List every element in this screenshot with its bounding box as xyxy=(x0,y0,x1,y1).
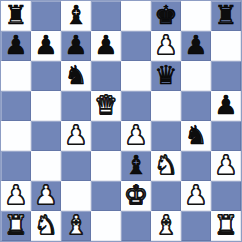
square-h3[interactable]: ♟ xyxy=(211,151,241,181)
square-e3[interactable]: ♝ xyxy=(121,151,151,181)
piece-white-queen[interactable]: ♛ xyxy=(94,92,117,118)
square-d2[interactable] xyxy=(91,181,121,211)
square-f4[interactable] xyxy=(151,121,181,151)
piece-black-queen[interactable]: ♛ xyxy=(154,62,177,88)
square-e8[interactable] xyxy=(121,1,151,31)
square-h1[interactable]: ♜ xyxy=(211,211,241,241)
piece-white-pawn[interactable]: ♟ xyxy=(64,122,87,148)
square-d1[interactable] xyxy=(91,211,121,241)
piece-black-knight[interactable]: ♞ xyxy=(184,122,207,148)
square-h4[interactable] xyxy=(211,121,241,151)
square-c7[interactable]: ♟ xyxy=(61,31,91,61)
square-c2[interactable] xyxy=(61,181,91,211)
piece-black-bishop[interactable]: ♝ xyxy=(124,152,147,178)
square-b4[interactable] xyxy=(31,121,61,151)
square-b6[interactable] xyxy=(31,61,61,91)
chess-board: ♜♝♚♜♟♟♟♟♟♟♞♛♛♟♟♟♞♝♞♟♟♟♚♟♜♞♝♝♜ xyxy=(0,0,242,242)
square-f7[interactable]: ♟ xyxy=(151,31,181,61)
piece-white-pawn[interactable]: ♟ xyxy=(124,122,147,148)
piece-black-rook[interactable]: ♜ xyxy=(214,2,237,28)
square-a4[interactable] xyxy=(1,121,31,151)
square-h6[interactable] xyxy=(211,61,241,91)
piece-white-knight[interactable]: ♞ xyxy=(34,212,57,238)
square-g7[interactable]: ♟ xyxy=(181,31,211,61)
piece-white-bishop[interactable]: ♝ xyxy=(154,212,177,238)
square-b7[interactable]: ♟ xyxy=(31,31,61,61)
square-f5[interactable] xyxy=(151,91,181,121)
square-a2[interactable]: ♟ xyxy=(1,181,31,211)
piece-black-pawn[interactable]: ♟ xyxy=(34,32,57,58)
square-c5[interactable] xyxy=(61,91,91,121)
square-g5[interactable] xyxy=(181,91,211,121)
piece-white-pawn[interactable]: ♟ xyxy=(214,152,237,178)
piece-white-rook[interactable]: ♜ xyxy=(214,212,237,238)
square-c8[interactable]: ♝ xyxy=(61,1,91,31)
square-c6[interactable]: ♞ xyxy=(61,61,91,91)
piece-black-pawn[interactable]: ♟ xyxy=(184,32,207,58)
square-f6[interactable]: ♛ xyxy=(151,61,181,91)
piece-white-pawn[interactable]: ♟ xyxy=(184,182,207,208)
square-e5[interactable] xyxy=(121,91,151,121)
square-g1[interactable] xyxy=(181,211,211,241)
square-f3[interactable]: ♞ xyxy=(151,151,181,181)
square-b1[interactable]: ♞ xyxy=(31,211,61,241)
square-d4[interactable] xyxy=(91,121,121,151)
square-h7[interactable] xyxy=(211,31,241,61)
square-a7[interactable]: ♟ xyxy=(1,31,31,61)
piece-white-knight[interactable]: ♞ xyxy=(154,152,177,178)
square-e4[interactable]: ♟ xyxy=(121,121,151,151)
square-d7[interactable]: ♟ xyxy=(91,31,121,61)
piece-white-king[interactable]: ♚ xyxy=(124,182,147,208)
piece-black-bishop[interactable]: ♝ xyxy=(64,2,87,28)
square-b8[interactable] xyxy=(31,1,61,31)
piece-white-bishop[interactable]: ♝ xyxy=(64,212,87,238)
square-d8[interactable] xyxy=(91,1,121,31)
square-a5[interactable] xyxy=(1,91,31,121)
square-g2[interactable]: ♟ xyxy=(181,181,211,211)
square-h2[interactable] xyxy=(211,181,241,211)
piece-black-pawn[interactable]: ♟ xyxy=(94,32,117,58)
piece-black-pawn[interactable]: ♟ xyxy=(214,92,237,118)
square-a1[interactable]: ♜ xyxy=(1,211,31,241)
square-f8[interactable]: ♚ xyxy=(151,1,181,31)
square-e6[interactable] xyxy=(121,61,151,91)
square-b3[interactable] xyxy=(31,151,61,181)
piece-black-pawn[interactable]: ♟ xyxy=(4,32,27,58)
square-a6[interactable] xyxy=(1,61,31,91)
square-h8[interactable]: ♜ xyxy=(211,1,241,31)
square-b2[interactable]: ♟ xyxy=(31,181,61,211)
square-g3[interactable] xyxy=(181,151,211,181)
square-d5[interactable]: ♛ xyxy=(91,91,121,121)
square-f1[interactable]: ♝ xyxy=(151,211,181,241)
piece-white-pawn[interactable]: ♟ xyxy=(4,182,27,208)
square-g6[interactable] xyxy=(181,61,211,91)
piece-black-knight[interactable]: ♞ xyxy=(64,62,87,88)
square-c3[interactable] xyxy=(61,151,91,181)
square-c4[interactable]: ♟ xyxy=(61,121,91,151)
square-b5[interactable] xyxy=(31,91,61,121)
piece-black-rook[interactable]: ♜ xyxy=(4,2,27,28)
square-e7[interactable] xyxy=(121,31,151,61)
piece-white-rook[interactable]: ♜ xyxy=(4,212,27,238)
square-f2[interactable] xyxy=(151,181,181,211)
piece-black-pawn[interactable]: ♟ xyxy=(64,32,87,58)
square-h5[interactable]: ♟ xyxy=(211,91,241,121)
square-e2[interactable]: ♚ xyxy=(121,181,151,211)
square-a3[interactable] xyxy=(1,151,31,181)
square-g4[interactable]: ♞ xyxy=(181,121,211,151)
square-a8[interactable]: ♜ xyxy=(1,1,31,31)
square-g8[interactable] xyxy=(181,1,211,31)
piece-white-pawn[interactable]: ♟ xyxy=(154,32,177,58)
piece-white-pawn[interactable]: ♟ xyxy=(34,182,57,208)
square-c1[interactable]: ♝ xyxy=(61,211,91,241)
square-d3[interactable] xyxy=(91,151,121,181)
square-e1[interactable] xyxy=(121,211,151,241)
piece-black-king[interactable]: ♚ xyxy=(154,2,177,28)
square-d6[interactable] xyxy=(91,61,121,91)
